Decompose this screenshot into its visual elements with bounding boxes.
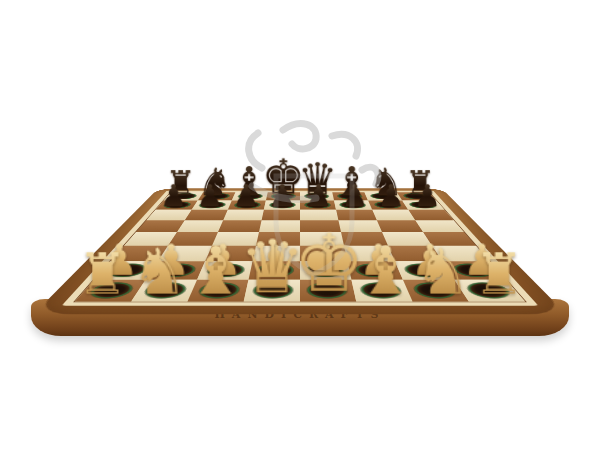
square-f7: ♟ bbox=[334, 200, 372, 209]
piece-white-king-e1: ♚ bbox=[292, 223, 364, 303]
board-perspective-layer: ♜♞♝♚♛♝♞♜♟♟♟♟♟♟♟♟♟♟♟♟♟♟♟♟♜♞♝♛♚♝♞♜ bbox=[0, 0, 600, 450]
piece-black-pawn-c7: ♟ bbox=[232, 180, 259, 210]
square-h6 bbox=[408, 210, 453, 220]
piece-white-rook-h1: ♜ bbox=[473, 247, 524, 304]
square-f1: ♝ bbox=[351, 280, 412, 302]
chess-set-product-photo: HANDICRAFTS ♜♞♝♚♛♝♞♜♟♟♟♟♟♟♟♟♟♟♟♟♟♟♟♟♜♞♝♛… bbox=[0, 0, 600, 450]
maple-inlay-frame: ♜♞♝♚♛♝♞♜♟♟♟♟♟♟♟♟♟♟♟♟♟♟♟♟♜♞♝♛♚♝♞♜ bbox=[62, 191, 539, 306]
square-b5 bbox=[177, 220, 223, 232]
piece-white-bishop-c1: ♝ bbox=[185, 237, 244, 303]
piece-black-pawn-e7: ♟ bbox=[305, 180, 332, 210]
square-b6 bbox=[185, 210, 228, 220]
chess-board: ♜♞♝♚♛♝♞♜♟♟♟♟♟♟♟♟♟♟♟♟♟♟♟♟♜♞♝♛♚♝♞♜ bbox=[73, 192, 527, 302]
square-g7: ♟ bbox=[368, 200, 408, 209]
piece-white-knight-g1: ♞ bbox=[413, 240, 470, 304]
square-g1: ♞ bbox=[403, 280, 469, 302]
piece-white-knight-b1: ♞ bbox=[130, 240, 187, 304]
chess-board-base: ♜♞♝♚♛♝♞♜♟♟♟♟♟♟♟♟♟♟♟♟♟♟♟♟♜♞♝♛♚♝♞♜ bbox=[33, 188, 566, 314]
piece-black-pawn-d7: ♟ bbox=[268, 180, 295, 210]
square-c6 bbox=[223, 210, 264, 220]
square-h5 bbox=[415, 220, 464, 232]
piece-white-rook-a1: ♜ bbox=[76, 247, 127, 304]
square-d7: ♟ bbox=[264, 200, 300, 209]
square-b7: ♟ bbox=[192, 200, 232, 209]
piece-black-pawn-f7: ♟ bbox=[341, 180, 368, 210]
square-d1: ♛ bbox=[244, 280, 300, 302]
square-e7: ♟ bbox=[300, 200, 336, 209]
piece-black-pawn-h7: ♟ bbox=[413, 180, 440, 210]
square-e1: ♚ bbox=[300, 280, 356, 302]
piece-black-pawn-g7: ♟ bbox=[377, 180, 404, 210]
square-c7: ♟ bbox=[228, 200, 266, 209]
square-h7: ♟ bbox=[402, 200, 444, 209]
piece-black-pawn-a7: ♟ bbox=[160, 180, 187, 210]
piece-white-bishop-f1: ♝ bbox=[355, 237, 414, 303]
piece-black-pawn-b7: ♟ bbox=[196, 180, 223, 210]
